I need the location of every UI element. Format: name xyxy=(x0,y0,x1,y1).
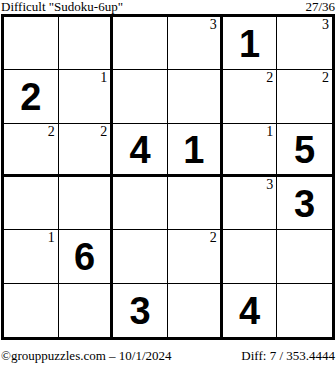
cell-r6c1[interactable] xyxy=(4,284,59,337)
cell-r5c1[interactable]: 1 xyxy=(4,230,59,283)
given-digit: 1 xyxy=(239,23,260,63)
cell-r2c1[interactable]: 2 xyxy=(4,70,59,123)
cell-r6c2[interactable] xyxy=(59,284,114,337)
cell-r6c3[interactable]: 3 xyxy=(113,284,168,337)
cell-r6c4[interactable] xyxy=(168,284,223,337)
copyright-text: ©grouppuzzles.com – 10/1/2024 xyxy=(1,348,172,363)
cell-r3c1[interactable]: 2 xyxy=(4,124,59,177)
cell-r1c6[interactable]: 3 xyxy=(277,17,332,70)
cell-r1c2[interactable] xyxy=(59,17,114,70)
given-digit: 3 xyxy=(294,183,315,223)
given-digit: 4 xyxy=(239,290,260,330)
given-digit: 1 xyxy=(183,129,204,169)
cell-r2c3[interactable] xyxy=(113,70,168,123)
difficulty-text: Diff: 7 / 353.4444 xyxy=(241,348,335,363)
pencil-mark: 3 xyxy=(322,17,329,32)
given-digit: 6 xyxy=(74,236,95,276)
cell-r3c5[interactable]: 1 xyxy=(223,124,278,177)
cell-r5c6[interactable] xyxy=(277,230,332,283)
cell-r4c6[interactable]: 3 xyxy=(277,177,332,230)
cell-r4c1[interactable] xyxy=(4,177,59,230)
pencil-mark: 3 xyxy=(210,17,217,32)
puzzle-counter: 27/36 xyxy=(305,0,335,14)
cell-r2c5[interactable]: 2 xyxy=(223,70,278,123)
cell-r3c4[interactable]: 1 xyxy=(168,124,223,177)
given-digit: 2 xyxy=(20,76,41,116)
cell-r2c6[interactable]: 2 xyxy=(277,70,332,123)
cell-r3c6[interactable]: 5 xyxy=(277,124,332,177)
puzzle-title: Difficult "Sudoku-6up" xyxy=(1,0,123,14)
given-digit: 3 xyxy=(130,290,151,330)
cell-r1c3[interactable] xyxy=(113,17,168,70)
cell-r5c2[interactable]: 6 xyxy=(59,230,114,283)
cell-r1c4[interactable]: 3 xyxy=(168,17,223,70)
cell-r1c5[interactable]: 1 xyxy=(223,17,278,70)
cell-r2c4[interactable] xyxy=(168,70,223,123)
given-digit: 4 xyxy=(130,129,151,169)
given-digit: 5 xyxy=(294,129,315,169)
pencil-mark: 1 xyxy=(266,124,273,139)
sudoku-board: 31321222241153316234 xyxy=(1,14,335,340)
pencil-mark: 2 xyxy=(266,70,273,85)
pencil-mark: 1 xyxy=(48,230,55,245)
pencil-mark: 2 xyxy=(322,70,329,85)
cell-r5c5[interactable] xyxy=(223,230,278,283)
cell-r4c5[interactable]: 3 xyxy=(223,177,278,230)
puzzle-footer: ©grouppuzzles.com – 10/1/2024 Diff: 7 / … xyxy=(0,340,336,363)
pencil-mark: 2 xyxy=(48,124,55,139)
cell-r6c5[interactable]: 4 xyxy=(223,284,278,337)
puzzle-page: Difficult "Sudoku-6up" 27/36 31321222241… xyxy=(0,0,336,370)
cell-r1c1[interactable] xyxy=(4,17,59,70)
cell-r2c2[interactable]: 1 xyxy=(59,70,114,123)
cell-r3c3[interactable]: 4 xyxy=(113,124,168,177)
cell-r4c2[interactable] xyxy=(59,177,114,230)
cell-r5c3[interactable] xyxy=(113,230,168,283)
pencil-mark: 2 xyxy=(210,230,217,245)
puzzle-header: Difficult "Sudoku-6up" 27/36 xyxy=(0,0,336,14)
pencil-mark: 1 xyxy=(100,70,107,85)
cell-r4c4[interactable] xyxy=(168,177,223,230)
pencil-mark: 3 xyxy=(266,177,273,192)
cell-r3c2[interactable]: 2 xyxy=(59,124,114,177)
cell-r5c4[interactable]: 2 xyxy=(168,230,223,283)
pencil-mark: 2 xyxy=(100,124,107,139)
cell-r6c6[interactable] xyxy=(277,284,332,337)
cell-r4c3[interactable] xyxy=(113,177,168,230)
